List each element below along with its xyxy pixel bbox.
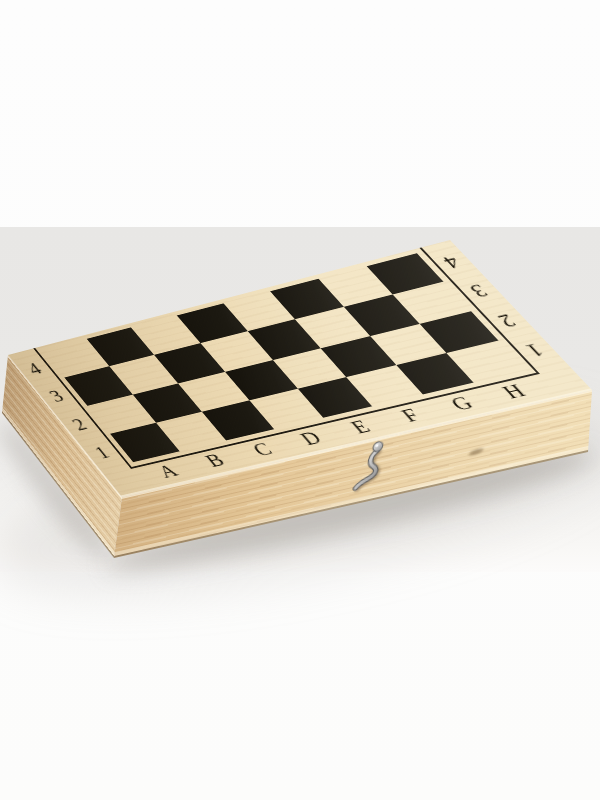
rank-label-left-4: 4 bbox=[24, 360, 45, 377]
file-label-b: B bbox=[201, 451, 228, 470]
rank-label-left-3: 3 bbox=[46, 388, 68, 406]
rank-label-left-1: 1 bbox=[91, 444, 113, 462]
file-label-f: F bbox=[397, 406, 424, 425]
file-label-d: D bbox=[296, 428, 325, 448]
file-label-e: E bbox=[347, 417, 374, 436]
wood-knot bbox=[469, 447, 484, 457]
file-label-h: H bbox=[498, 381, 530, 401]
file-label-a: A bbox=[154, 462, 181, 481]
rank-label-left-2: 2 bbox=[68, 415, 90, 433]
file-label-g: G bbox=[446, 393, 477, 413]
clasp-hook-icon bbox=[350, 438, 397, 494]
product-photo-chess-box: ABCDEFGH43214321 bbox=[0, 0, 600, 800]
file-label-c: C bbox=[249, 440, 276, 459]
